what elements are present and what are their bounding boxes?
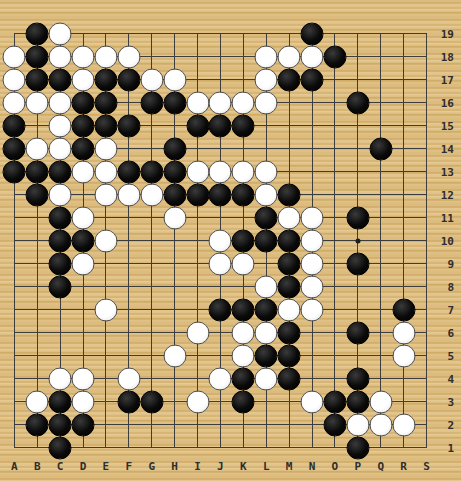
black-stone: [232, 114, 255, 137]
black-stone: [278, 275, 301, 298]
black-stone: [209, 183, 232, 206]
row-label: 14: [434, 143, 454, 156]
row-label: 5: [434, 350, 454, 363]
black-stone: [255, 229, 278, 252]
black-stone: [209, 298, 232, 321]
black-stone: [49, 160, 72, 183]
white-stone: [232, 91, 255, 114]
white-stone: [232, 160, 255, 183]
white-stone: [209, 367, 232, 390]
black-stone: [392, 298, 415, 321]
black-stone: [255, 298, 278, 321]
column-label: D: [80, 460, 87, 473]
black-stone: [186, 183, 209, 206]
white-stone: [26, 390, 49, 413]
black-stone: [323, 390, 346, 413]
white-stone: [94, 45, 117, 68]
white-stone: [49, 91, 72, 114]
white-stone: [72, 390, 95, 413]
white-stone: [49, 183, 72, 206]
black-stone: [117, 114, 140, 137]
white-stone: [163, 344, 186, 367]
black-stone: [72, 91, 95, 114]
white-stone: [49, 367, 72, 390]
black-stone: [3, 114, 26, 137]
white-stone: [49, 22, 72, 45]
row-label: 8: [434, 281, 454, 294]
column-label: E: [103, 460, 110, 473]
black-stone: [26, 45, 49, 68]
column-label: N: [309, 460, 316, 473]
row-label: 1: [434, 442, 454, 455]
white-stone: [278, 298, 301, 321]
column-label: C: [57, 460, 64, 473]
white-stone: [186, 91, 209, 114]
black-stone: [49, 229, 72, 252]
black-stone: [323, 413, 346, 436]
white-stone: [72, 68, 95, 91]
white-stone: [72, 45, 95, 68]
column-label: O: [332, 460, 339, 473]
black-stone: [232, 229, 255, 252]
row-label: 12: [434, 189, 454, 202]
column-label: A: [11, 460, 18, 473]
white-stone: [278, 206, 301, 229]
white-stone: [301, 298, 324, 321]
black-stone: [94, 68, 117, 91]
column-label: Q: [377, 460, 384, 473]
white-stone: [301, 206, 324, 229]
row-label: 19: [434, 28, 454, 41]
column-label: F: [125, 460, 132, 473]
black-stone: [49, 413, 72, 436]
black-stone: [232, 183, 255, 206]
white-stone: [163, 206, 186, 229]
white-stone: [232, 252, 255, 275]
row-label: 16: [434, 97, 454, 110]
black-stone: [163, 91, 186, 114]
black-stone: [346, 91, 369, 114]
black-stone: [232, 298, 255, 321]
row-label: 9: [434, 258, 454, 271]
white-stone: [3, 68, 26, 91]
black-stone: [232, 390, 255, 413]
white-stone: [3, 91, 26, 114]
white-stone: [255, 275, 278, 298]
white-stone: [49, 114, 72, 137]
white-stone: [72, 160, 95, 183]
black-stone: [369, 137, 392, 160]
white-stone: [255, 91, 278, 114]
white-stone: [392, 413, 415, 436]
black-stone: [163, 137, 186, 160]
black-stone: [26, 68, 49, 91]
white-stone: [301, 229, 324, 252]
row-label: 17: [434, 74, 454, 87]
column-label: I: [194, 460, 201, 473]
white-stone: [117, 367, 140, 390]
grid-line-vertical: [403, 33, 404, 448]
black-stone: [346, 206, 369, 229]
black-stone: [72, 137, 95, 160]
row-label: 3: [434, 396, 454, 409]
black-stone: [278, 252, 301, 275]
column-label: G: [148, 460, 155, 473]
white-stone: [209, 91, 232, 114]
white-stone: [392, 321, 415, 344]
white-stone: [49, 45, 72, 68]
white-stone: [209, 252, 232, 275]
black-stone: [117, 160, 140, 183]
column-label: M: [286, 460, 293, 473]
black-stone: [26, 183, 49, 206]
white-stone: [140, 68, 163, 91]
black-stone: [186, 114, 209, 137]
black-stone: [346, 367, 369, 390]
white-stone: [26, 137, 49, 160]
black-stone: [140, 390, 163, 413]
black-stone: [163, 183, 186, 206]
black-stone: [49, 436, 72, 459]
go-app: ABCDEFGHIJKLMNOPQRS191817161514131211109…: [0, 0, 461, 481]
grid-line-horizontal: [14, 286, 427, 287]
black-stone: [49, 68, 72, 91]
black-stone: [278, 183, 301, 206]
black-stone: [49, 206, 72, 229]
white-stone: [117, 183, 140, 206]
grid-line-horizontal: [14, 355, 427, 356]
grid-line-vertical: [334, 33, 335, 448]
black-stone: [117, 390, 140, 413]
white-stone: [72, 252, 95, 275]
white-stone: [117, 45, 140, 68]
black-stone: [49, 275, 72, 298]
row-label: 7: [434, 304, 454, 317]
black-stone: [232, 367, 255, 390]
black-stone: [301, 22, 324, 45]
black-stone: [278, 344, 301, 367]
row-label: 15: [434, 120, 454, 133]
white-stone: [3, 45, 26, 68]
white-stone: [369, 413, 392, 436]
row-label: 6: [434, 327, 454, 340]
column-label: J: [217, 460, 224, 473]
white-stone: [49, 137, 72, 160]
white-stone: [346, 413, 369, 436]
white-stone: [232, 321, 255, 344]
black-stone: [209, 114, 232, 137]
column-label: K: [240, 460, 247, 473]
black-stone: [255, 344, 278, 367]
column-label: L: [263, 460, 270, 473]
black-stone: [49, 390, 72, 413]
black-stone: [278, 229, 301, 252]
white-stone: [186, 390, 209, 413]
black-stone: [163, 160, 186, 183]
row-label: 4: [434, 373, 454, 386]
white-stone: [301, 252, 324, 275]
white-stone: [255, 68, 278, 91]
black-stone: [255, 206, 278, 229]
white-stone: [94, 229, 117, 252]
black-stone: [346, 436, 369, 459]
black-stone: [26, 160, 49, 183]
black-stone: [117, 68, 140, 91]
row-label: 18: [434, 51, 454, 64]
white-stone: [186, 160, 209, 183]
black-stone: [140, 160, 163, 183]
white-stone: [392, 344, 415, 367]
black-stone: [3, 160, 26, 183]
star-point: [355, 238, 360, 243]
black-stone: [72, 114, 95, 137]
white-stone: [163, 68, 186, 91]
black-stone: [346, 252, 369, 275]
white-stone: [94, 160, 117, 183]
row-label: 13: [434, 166, 454, 179]
column-label: S: [423, 460, 430, 473]
column-label: H: [171, 460, 178, 473]
black-stone: [72, 229, 95, 252]
white-stone: [301, 275, 324, 298]
white-stone: [255, 45, 278, 68]
black-stone: [278, 68, 301, 91]
white-stone: [278, 45, 301, 68]
black-stone: [49, 252, 72, 275]
black-stone: [278, 321, 301, 344]
white-stone: [209, 229, 232, 252]
white-stone: [255, 321, 278, 344]
white-stone: [301, 45, 324, 68]
white-stone: [26, 91, 49, 114]
white-stone: [140, 183, 163, 206]
grid-line-vertical: [380, 33, 381, 448]
black-stone: [301, 68, 324, 91]
grid-line-vertical: [426, 33, 427, 448]
white-stone: [369, 390, 392, 413]
column-label: P: [354, 460, 361, 473]
black-stone: [94, 91, 117, 114]
row-label: 2: [434, 419, 454, 432]
black-stone: [323, 45, 346, 68]
white-stone: [72, 367, 95, 390]
row-label: 11: [434, 212, 454, 225]
white-stone: [255, 183, 278, 206]
white-stone: [255, 367, 278, 390]
white-stone: [94, 137, 117, 160]
black-stone: [26, 413, 49, 436]
column-label: B: [34, 460, 41, 473]
white-stone: [209, 160, 232, 183]
black-stone: [3, 137, 26, 160]
black-stone: [346, 321, 369, 344]
white-stone: [255, 160, 278, 183]
black-stone: [72, 413, 95, 436]
white-stone: [301, 390, 324, 413]
black-stone: [346, 390, 369, 413]
white-stone: [186, 321, 209, 344]
white-stone: [232, 344, 255, 367]
black-stone: [140, 91, 163, 114]
row-label: 10: [434, 235, 454, 248]
column-label: R: [400, 460, 407, 473]
black-stone: [26, 22, 49, 45]
white-stone: [94, 183, 117, 206]
white-stone: [72, 206, 95, 229]
black-stone: [278, 367, 301, 390]
black-stone: [94, 114, 117, 137]
white-stone: [94, 298, 117, 321]
